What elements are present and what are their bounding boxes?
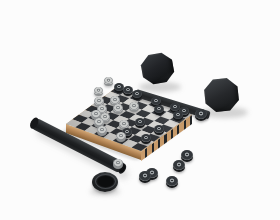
checker-piece-black <box>139 171 151 181</box>
checker-piece-black <box>195 109 207 119</box>
checker-piece-white <box>94 118 104 126</box>
tube-cap <box>92 172 118 192</box>
checker-piece-white <box>119 120 129 128</box>
checker-piece-black <box>151 97 161 105</box>
checker-piece-black <box>132 90 142 98</box>
checker-piece-black <box>154 125 164 133</box>
checker-piece-white <box>113 104 123 112</box>
checker-piece-black <box>154 105 164 113</box>
checker-piece-white <box>113 159 123 167</box>
checker-piece-black <box>173 160 185 170</box>
checker-piece-black <box>166 176 178 186</box>
roll-wheel-left <box>139 50 177 86</box>
checker-piece-white <box>110 96 120 104</box>
product-photo-stage <box>0 0 280 220</box>
checker-piece-white <box>97 126 107 134</box>
checker-piece-white <box>94 87 103 94</box>
checker-piece-white <box>104 77 113 84</box>
checker-piece-black <box>181 150 193 160</box>
left-wheel-shadow <box>139 82 181 92</box>
